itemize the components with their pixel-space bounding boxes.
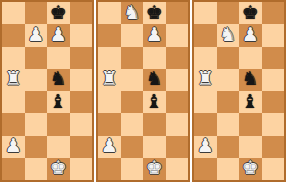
board-square xyxy=(25,47,48,69)
board-square xyxy=(194,47,217,69)
board-square xyxy=(98,24,121,46)
board-square xyxy=(239,47,262,69)
board-square: ♚ xyxy=(143,2,166,24)
board-square: ♜ xyxy=(2,69,25,91)
board-square xyxy=(194,2,217,24)
board-square xyxy=(121,113,144,135)
board-square: ♝ xyxy=(47,91,70,113)
board-square xyxy=(2,2,25,24)
board-square xyxy=(262,47,285,69)
board-square xyxy=(166,113,189,135)
board-square xyxy=(194,24,217,46)
board-square xyxy=(121,69,144,91)
black-bishop: ♝ xyxy=(50,92,67,111)
board-square: ♜ xyxy=(98,69,121,91)
board-square: ♟ xyxy=(194,136,217,158)
white-pawn: ♟ xyxy=(146,25,163,44)
board-square: ♞ xyxy=(47,69,70,91)
white-knight: ♞ xyxy=(123,3,140,22)
board-square xyxy=(121,158,144,180)
board-square xyxy=(2,113,25,135)
board-square xyxy=(262,158,285,180)
board-square xyxy=(70,113,93,135)
board-square: ♚ xyxy=(239,158,262,180)
board-square: ♝ xyxy=(143,91,166,113)
board-square xyxy=(217,47,240,69)
board-square xyxy=(166,2,189,24)
board-square xyxy=(25,136,48,158)
white-pawn: ♟ xyxy=(50,25,67,44)
white-knight: ♞ xyxy=(219,25,236,44)
board-square xyxy=(262,69,285,91)
white-pawn: ♟ xyxy=(5,136,22,155)
board-square xyxy=(70,136,93,158)
board-square xyxy=(25,113,48,135)
board-square: ♚ xyxy=(47,2,70,24)
board-square xyxy=(25,91,48,113)
board-square: ♞ xyxy=(239,69,262,91)
board-square xyxy=(121,91,144,113)
board-square xyxy=(239,113,262,135)
board-square xyxy=(25,158,48,180)
white-pawn: ♟ xyxy=(197,136,214,155)
board-square xyxy=(25,69,48,91)
chess-board-2[interactable]: ♞♚♟♜♞♝♟♚ xyxy=(96,0,190,182)
board-square xyxy=(217,136,240,158)
board-square xyxy=(47,136,70,158)
board-square xyxy=(70,69,93,91)
board-square xyxy=(47,47,70,69)
board-square xyxy=(143,136,166,158)
board-square xyxy=(98,91,121,113)
board-square xyxy=(70,24,93,46)
board-square xyxy=(2,47,25,69)
board-square xyxy=(121,136,144,158)
board-square xyxy=(2,24,25,46)
white-pawn: ♟ xyxy=(27,25,44,44)
board-square: ♟ xyxy=(25,24,48,46)
board-square xyxy=(262,136,285,158)
black-king: ♚ xyxy=(50,3,67,22)
board-square: ♞ xyxy=(217,24,240,46)
black-king: ♚ xyxy=(146,3,163,22)
board-square: ♟ xyxy=(143,24,166,46)
board-square: ♚ xyxy=(47,158,70,180)
board-square xyxy=(98,47,121,69)
board-square xyxy=(166,47,189,69)
board-square xyxy=(262,2,285,24)
board-square xyxy=(166,91,189,113)
board-square xyxy=(143,47,166,69)
white-pawn: ♟ xyxy=(242,25,259,44)
board-square xyxy=(217,69,240,91)
board-square xyxy=(2,158,25,180)
black-knight: ♞ xyxy=(242,69,259,88)
board-square xyxy=(98,113,121,135)
white-king: ♚ xyxy=(242,158,259,177)
board-square xyxy=(98,2,121,24)
black-bishop: ♝ xyxy=(146,92,163,111)
board-square: ♟ xyxy=(239,24,262,46)
board-square xyxy=(70,2,93,24)
board-square xyxy=(166,158,189,180)
board-square xyxy=(262,24,285,46)
board-square xyxy=(98,158,121,180)
chess-board-3[interactable]: ♚♞♟♜♞♝♟♚ xyxy=(192,0,286,182)
board-square xyxy=(262,91,285,113)
board-square xyxy=(70,91,93,113)
white-rook: ♜ xyxy=(101,69,118,88)
board-square xyxy=(2,91,25,113)
board-square xyxy=(194,113,217,135)
board-square xyxy=(25,2,48,24)
board-square xyxy=(70,47,93,69)
board-square xyxy=(47,113,70,135)
black-bishop: ♝ xyxy=(242,92,259,111)
board-square xyxy=(166,69,189,91)
board-square xyxy=(262,113,285,135)
white-king: ♚ xyxy=(146,158,163,177)
board-square: ♚ xyxy=(239,2,262,24)
white-rook: ♜ xyxy=(5,69,22,88)
white-king: ♚ xyxy=(50,158,67,177)
board-square: ♝ xyxy=(239,91,262,113)
board-square: ♟ xyxy=(2,136,25,158)
board-square xyxy=(121,24,144,46)
board-square xyxy=(166,136,189,158)
board-square xyxy=(217,158,240,180)
board-square: ♚ xyxy=(143,158,166,180)
board-square: ♞ xyxy=(121,2,144,24)
board-square xyxy=(194,91,217,113)
board-square: ♞ xyxy=(143,69,166,91)
white-rook: ♜ xyxy=(197,69,214,88)
chess-diagram-strip: ♚♟♟♜♞♝♟♚ ♞♚♟♜♞♝♟♚ ♚♞♟♜♞♝♟♚ xyxy=(0,0,286,184)
white-pawn: ♟ xyxy=(101,136,118,155)
board-square xyxy=(194,158,217,180)
board-square xyxy=(217,91,240,113)
board-square xyxy=(217,113,240,135)
board-square xyxy=(239,136,262,158)
black-knight: ♞ xyxy=(50,69,67,88)
board-square xyxy=(121,47,144,69)
board-square xyxy=(70,158,93,180)
board-square xyxy=(166,24,189,46)
board-square: ♟ xyxy=(98,136,121,158)
board-square xyxy=(143,113,166,135)
chess-board-1[interactable]: ♚♟♟♜♞♝♟♚ xyxy=(0,0,94,182)
black-king: ♚ xyxy=(242,3,259,22)
black-knight: ♞ xyxy=(146,69,163,88)
board-square: ♟ xyxy=(47,24,70,46)
board-square: ♜ xyxy=(194,69,217,91)
board-square xyxy=(217,2,240,24)
